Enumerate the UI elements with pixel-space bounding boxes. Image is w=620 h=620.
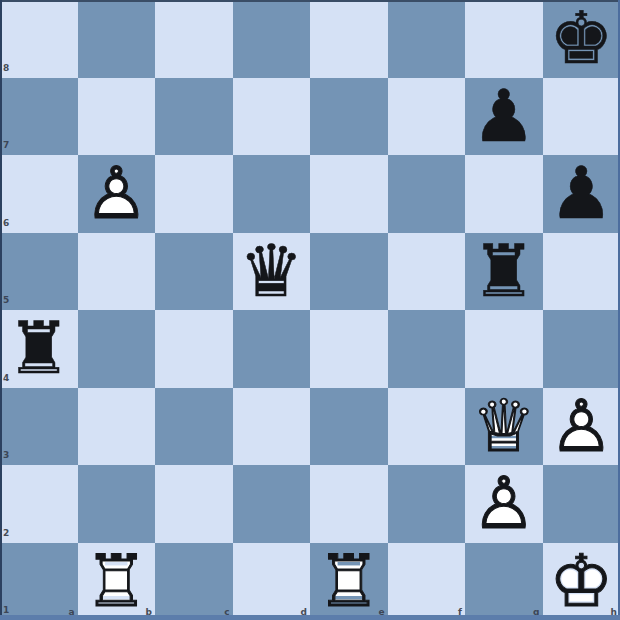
square-f3[interactable] bbox=[388, 388, 466, 466]
square-e7[interactable] bbox=[310, 78, 388, 156]
square-e3[interactable] bbox=[310, 388, 388, 466]
square-e2[interactable] bbox=[310, 465, 388, 543]
square-d1[interactable]: d bbox=[233, 543, 311, 620]
square-f1[interactable]: f bbox=[388, 543, 466, 620]
square-g4[interactable] bbox=[465, 310, 543, 388]
rank-label-5: 5 bbox=[3, 296, 9, 305]
square-b2[interactable] bbox=[78, 465, 156, 543]
square-b1[interactable]: b♜♖ bbox=[78, 543, 156, 620]
square-e5[interactable] bbox=[310, 233, 388, 311]
square-d7[interactable] bbox=[233, 78, 311, 156]
square-c5[interactable] bbox=[155, 233, 233, 311]
square-c7[interactable] bbox=[155, 78, 233, 156]
square-a8[interactable]: 8 bbox=[0, 0, 78, 78]
white-king-outline-glyph: ♔ bbox=[543, 543, 620, 620]
chess-board-grid: 8♚7♟6♟♙♟5♛♜4♜3♛♕♟♙2♟♙1ab♜♖cde♜♖fgh♚♔ bbox=[0, 0, 620, 620]
board-border-bottom bbox=[0, 615, 620, 620]
piece-black-pawn: ♟ bbox=[465, 78, 543, 156]
piece-white-rook: ♜♖ bbox=[310, 543, 388, 620]
square-h6[interactable]: ♟ bbox=[543, 155, 620, 233]
square-a7[interactable]: 7 bbox=[0, 78, 78, 156]
square-b8[interactable] bbox=[78, 0, 156, 78]
rank-label-6: 6 bbox=[3, 219, 9, 228]
square-b7[interactable] bbox=[78, 78, 156, 156]
black-rook-glyph: ♜ bbox=[0, 310, 78, 388]
square-d8[interactable] bbox=[233, 0, 311, 78]
square-d5[interactable]: ♛ bbox=[233, 233, 311, 311]
black-queen-glyph: ♛ bbox=[233, 233, 311, 311]
board-border-left bbox=[0, 0, 2, 620]
square-a5[interactable]: 5 bbox=[0, 233, 78, 311]
square-g1[interactable]: g bbox=[465, 543, 543, 620]
piece-white-king: ♚♔ bbox=[543, 543, 620, 620]
square-h7[interactable] bbox=[543, 78, 620, 156]
square-d6[interactable] bbox=[233, 155, 311, 233]
square-g6[interactable] bbox=[465, 155, 543, 233]
piece-white-pawn: ♟♙ bbox=[543, 388, 620, 466]
piece-white-pawn: ♟♙ bbox=[78, 155, 156, 233]
square-g8[interactable] bbox=[465, 0, 543, 78]
rank-label-1: 1 bbox=[3, 606, 9, 615]
square-a1[interactable]: 1a bbox=[0, 543, 78, 620]
board-border-top bbox=[0, 0, 620, 2]
white-pawn-outline-glyph: ♙ bbox=[543, 388, 620, 466]
square-g5[interactable]: ♜ bbox=[465, 233, 543, 311]
square-f4[interactable] bbox=[388, 310, 466, 388]
square-e4[interactable] bbox=[310, 310, 388, 388]
square-a3[interactable]: 3 bbox=[0, 388, 78, 466]
square-g7[interactable]: ♟ bbox=[465, 78, 543, 156]
square-b6[interactable]: ♟♙ bbox=[78, 155, 156, 233]
square-b4[interactable] bbox=[78, 310, 156, 388]
white-pawn-outline-glyph: ♙ bbox=[465, 465, 543, 543]
square-e6[interactable] bbox=[310, 155, 388, 233]
white-rook-outline-glyph: ♖ bbox=[310, 543, 388, 620]
square-g2[interactable]: ♟♙ bbox=[465, 465, 543, 543]
square-f7[interactable] bbox=[388, 78, 466, 156]
black-pawn-glyph: ♟ bbox=[543, 155, 620, 233]
square-c1[interactable]: c bbox=[155, 543, 233, 620]
white-queen-outline-glyph: ♕ bbox=[465, 388, 543, 466]
rank-label-7: 7 bbox=[3, 141, 9, 150]
square-h4[interactable] bbox=[543, 310, 620, 388]
black-rook-glyph: ♜ bbox=[465, 233, 543, 311]
piece-white-pawn: ♟♙ bbox=[465, 465, 543, 543]
square-d4[interactable] bbox=[233, 310, 311, 388]
rank-label-2: 2 bbox=[3, 529, 9, 538]
black-king-glyph: ♚ bbox=[543, 0, 620, 78]
square-b3[interactable] bbox=[78, 388, 156, 466]
black-pawn-glyph: ♟ bbox=[465, 78, 543, 156]
piece-black-king: ♚ bbox=[543, 0, 620, 78]
rank-label-8: 8 bbox=[3, 64, 9, 73]
piece-white-queen: ♛♕ bbox=[465, 388, 543, 466]
square-g3[interactable]: ♛♕ bbox=[465, 388, 543, 466]
square-a6[interactable]: 6 bbox=[0, 155, 78, 233]
piece-black-rook: ♜ bbox=[465, 233, 543, 311]
square-h8[interactable]: ♚ bbox=[543, 0, 620, 78]
square-a2[interactable]: 2 bbox=[0, 465, 78, 543]
square-c3[interactable] bbox=[155, 388, 233, 466]
piece-black-queen: ♛ bbox=[233, 233, 311, 311]
square-h5[interactable] bbox=[543, 233, 620, 311]
rank-label-3: 3 bbox=[3, 451, 9, 460]
square-h2[interactable] bbox=[543, 465, 620, 543]
square-d3[interactable] bbox=[233, 388, 311, 466]
square-f8[interactable] bbox=[388, 0, 466, 78]
square-f5[interactable] bbox=[388, 233, 466, 311]
square-c4[interactable] bbox=[155, 310, 233, 388]
square-f2[interactable] bbox=[388, 465, 466, 543]
white-rook-outline-glyph: ♖ bbox=[78, 543, 156, 620]
square-c8[interactable] bbox=[155, 0, 233, 78]
chess-board: 8♚7♟6♟♙♟5♛♜4♜3♛♕♟♙2♟♙1ab♜♖cde♜♖fgh♚♔ bbox=[0, 0, 620, 620]
square-c6[interactable] bbox=[155, 155, 233, 233]
square-c2[interactable] bbox=[155, 465, 233, 543]
square-b5[interactable] bbox=[78, 233, 156, 311]
piece-black-rook: ♜ bbox=[0, 310, 78, 388]
white-pawn-outline-glyph: ♙ bbox=[78, 155, 156, 233]
square-d2[interactable] bbox=[233, 465, 311, 543]
piece-white-rook: ♜♖ bbox=[78, 543, 156, 620]
square-h1[interactable]: h♚♔ bbox=[543, 543, 620, 620]
square-h3[interactable]: ♟♙ bbox=[543, 388, 620, 466]
square-f6[interactable] bbox=[388, 155, 466, 233]
piece-black-pawn: ♟ bbox=[543, 155, 620, 233]
square-e1[interactable]: e♜♖ bbox=[310, 543, 388, 620]
square-e8[interactable] bbox=[310, 0, 388, 78]
square-a4[interactable]: 4♜ bbox=[0, 310, 78, 388]
